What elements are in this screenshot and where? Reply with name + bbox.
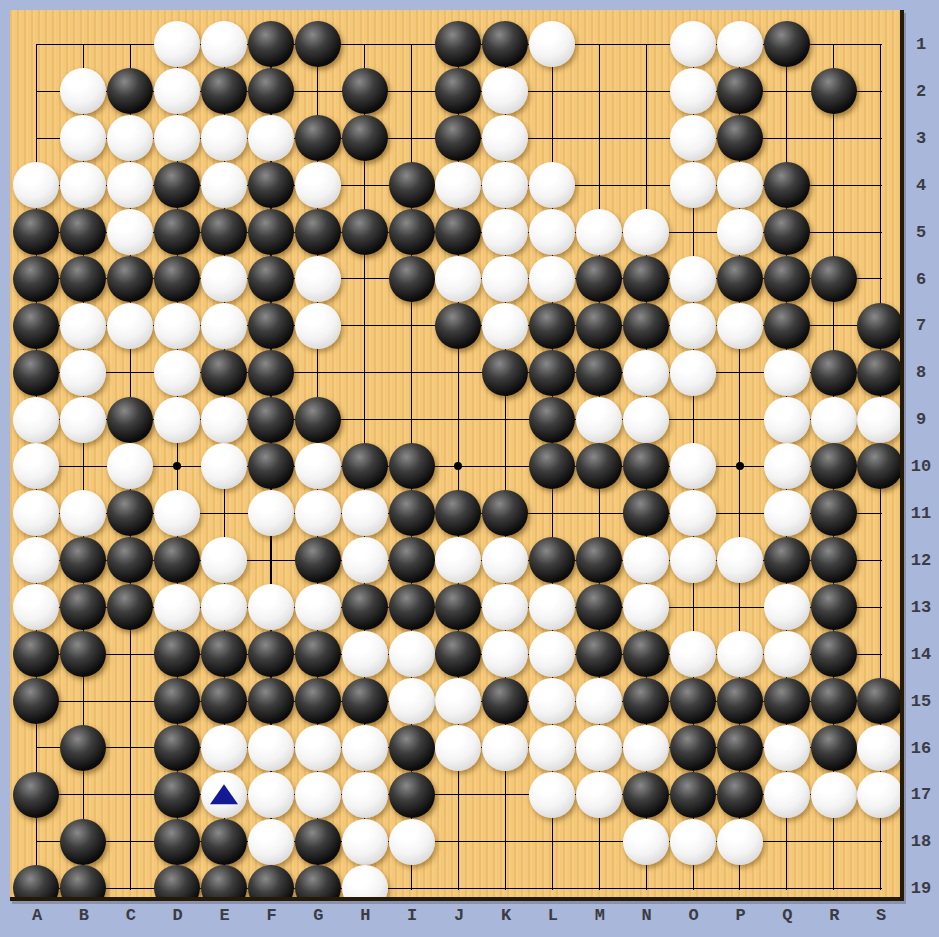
intersection-P7[interactable] (716, 302, 763, 349)
intersection-K12[interactable] (482, 537, 529, 584)
intersection-E11[interactable] (201, 490, 248, 537)
intersection-P3[interactable] (716, 115, 763, 162)
intersection-C1[interactable] (107, 21, 154, 68)
intersection-I8[interactable] (388, 349, 435, 396)
intersection-I5[interactable] (388, 209, 435, 256)
intersection-J4[interactable] (435, 162, 482, 209)
intersection-S19[interactable] (857, 865, 904, 901)
intersection-N13[interactable] (623, 584, 670, 631)
intersection-G12[interactable] (294, 537, 341, 584)
intersection-F15[interactable] (247, 677, 294, 724)
intersection-A5[interactable] (13, 209, 60, 256)
intersection-K8[interactable] (482, 349, 529, 396)
intersection-E12[interactable] (201, 537, 248, 584)
intersection-L1[interactable] (529, 21, 576, 68)
intersection-S17[interactable] (857, 771, 904, 818)
intersection-A2[interactable] (13, 68, 60, 115)
intersection-A6[interactable] (13, 255, 60, 302)
intersection-N1[interactable] (623, 21, 670, 68)
intersection-P18[interactable] (716, 818, 763, 865)
intersection-S2[interactable] (857, 68, 904, 115)
intersection-O19[interactable] (669, 865, 716, 901)
intersection-H14[interactable] (341, 631, 388, 678)
intersection-L19[interactable] (529, 865, 576, 901)
intersection-E8[interactable] (201, 349, 248, 396)
intersection-I4[interactable] (388, 162, 435, 209)
intersection-P12[interactable] (716, 537, 763, 584)
intersection-L2[interactable] (529, 68, 576, 115)
intersection-N17[interactable] (623, 771, 670, 818)
intersection-I18[interactable] (388, 818, 435, 865)
intersection-A9[interactable] (13, 396, 60, 443)
intersection-N9[interactable] (623, 396, 670, 443)
intersection-L16[interactable] (529, 724, 576, 771)
intersection-A15[interactable] (13, 677, 60, 724)
intersection-S16[interactable] (857, 724, 904, 771)
intersection-J6[interactable] (435, 255, 482, 302)
intersection-E13[interactable] (201, 584, 248, 631)
intersection-O18[interactable] (669, 818, 716, 865)
intersection-M10[interactable] (576, 443, 623, 490)
intersection-B14[interactable] (60, 631, 107, 678)
intersection-P8[interactable] (716, 349, 763, 396)
intersection-R18[interactable] (810, 818, 857, 865)
intersection-M16[interactable] (576, 724, 623, 771)
intersection-B2[interactable] (60, 68, 107, 115)
intersection-R2[interactable] (810, 68, 857, 115)
intersection-O17[interactable] (669, 771, 716, 818)
intersection-G3[interactable] (294, 115, 341, 162)
intersection-L13[interactable] (529, 584, 576, 631)
intersection-E10[interactable] (201, 443, 248, 490)
intersection-Q17[interactable] (763, 771, 810, 818)
intersection-S14[interactable] (857, 631, 904, 678)
intersection-I19[interactable] (388, 865, 435, 901)
intersection-P1[interactable] (716, 21, 763, 68)
intersection-I12[interactable] (388, 537, 435, 584)
intersection-E7[interactable] (201, 302, 248, 349)
intersection-F12[interactable] (247, 537, 294, 584)
intersection-F4[interactable] (247, 162, 294, 209)
intersection-G15[interactable] (294, 677, 341, 724)
intersection-L17[interactable] (529, 771, 576, 818)
intersection-M8[interactable] (576, 349, 623, 396)
intersection-P10[interactable] (716, 443, 763, 490)
intersection-J8[interactable] (435, 349, 482, 396)
intersection-H9[interactable] (341, 396, 388, 443)
intersection-S5[interactable] (857, 209, 904, 256)
intersection-Q5[interactable] (763, 209, 810, 256)
intersection-H15[interactable] (341, 677, 388, 724)
intersection-K10[interactable] (482, 443, 529, 490)
intersection-J10[interactable] (435, 443, 482, 490)
intersection-E9[interactable] (201, 396, 248, 443)
intersection-D17[interactable] (154, 771, 201, 818)
intersection-D11[interactable] (154, 490, 201, 537)
intersection-O15[interactable] (669, 677, 716, 724)
intersection-N14[interactable] (623, 631, 670, 678)
intersection-S13[interactable] (857, 584, 904, 631)
intersection-P6[interactable] (716, 255, 763, 302)
intersection-B18[interactable] (60, 818, 107, 865)
intersection-O13[interactable] (669, 584, 716, 631)
intersection-L9[interactable] (529, 396, 576, 443)
intersection-N10[interactable] (623, 443, 670, 490)
intersection-R17[interactable] (810, 771, 857, 818)
intersection-M4[interactable] (576, 162, 623, 209)
intersection-P15[interactable] (716, 677, 763, 724)
intersection-M19[interactable] (576, 865, 623, 901)
intersection-H4[interactable] (341, 162, 388, 209)
intersection-H3[interactable] (341, 115, 388, 162)
intersection-L4[interactable] (529, 162, 576, 209)
intersection-R7[interactable] (810, 302, 857, 349)
intersection-M3[interactable] (576, 115, 623, 162)
intersection-D4[interactable] (154, 162, 201, 209)
intersection-Q4[interactable] (763, 162, 810, 209)
intersection-P11[interactable] (716, 490, 763, 537)
intersection-B19[interactable] (60, 865, 107, 901)
intersection-L12[interactable] (529, 537, 576, 584)
intersection-H6[interactable] (341, 255, 388, 302)
intersection-E15[interactable] (201, 677, 248, 724)
intersection-C2[interactable] (107, 68, 154, 115)
intersection-D9[interactable] (154, 396, 201, 443)
intersection-F13[interactable] (247, 584, 294, 631)
intersection-D5[interactable] (154, 209, 201, 256)
intersection-L7[interactable] (529, 302, 576, 349)
intersection-D16[interactable] (154, 724, 201, 771)
intersection-H11[interactable] (341, 490, 388, 537)
intersection-Q12[interactable] (763, 537, 810, 584)
intersection-N18[interactable] (623, 818, 670, 865)
intersection-I11[interactable] (388, 490, 435, 537)
intersection-A8[interactable] (13, 349, 60, 396)
intersection-J3[interactable] (435, 115, 482, 162)
intersection-Q2[interactable] (763, 68, 810, 115)
intersection-A14[interactable] (13, 631, 60, 678)
intersection-S4[interactable] (857, 162, 904, 209)
intersection-H7[interactable] (341, 302, 388, 349)
intersection-L3[interactable] (529, 115, 576, 162)
intersection-L8[interactable] (529, 349, 576, 396)
intersection-O5[interactable] (669, 209, 716, 256)
intersection-M18[interactable] (576, 818, 623, 865)
intersection-R4[interactable] (810, 162, 857, 209)
intersection-Q15[interactable] (763, 677, 810, 724)
intersection-E16[interactable] (201, 724, 248, 771)
intersection-J18[interactable] (435, 818, 482, 865)
intersection-L14[interactable] (529, 631, 576, 678)
intersection-I7[interactable] (388, 302, 435, 349)
intersection-K11[interactable] (482, 490, 529, 537)
intersection-A12[interactable] (13, 537, 60, 584)
intersection-P17[interactable] (716, 771, 763, 818)
intersection-J12[interactable] (435, 537, 482, 584)
intersection-O2[interactable] (669, 68, 716, 115)
intersection-A18[interactable] (13, 818, 60, 865)
intersection-C19[interactable] (107, 865, 154, 901)
intersection-G16[interactable] (294, 724, 341, 771)
intersection-N2[interactable] (623, 68, 670, 115)
intersection-C15[interactable] (107, 677, 154, 724)
intersection-N11[interactable] (623, 490, 670, 537)
intersection-C18[interactable] (107, 818, 154, 865)
intersection-B17[interactable] (60, 771, 107, 818)
intersection-M7[interactable] (576, 302, 623, 349)
intersection-S3[interactable] (857, 115, 904, 162)
intersection-E18[interactable] (201, 818, 248, 865)
intersection-M13[interactable] (576, 584, 623, 631)
intersection-J5[interactable] (435, 209, 482, 256)
intersection-I3[interactable] (388, 115, 435, 162)
intersection-J15[interactable] (435, 677, 482, 724)
intersection-K1[interactable] (482, 21, 529, 68)
intersection-L18[interactable] (529, 818, 576, 865)
intersection-G13[interactable] (294, 584, 341, 631)
intersection-D1[interactable] (154, 21, 201, 68)
intersection-M14[interactable] (576, 631, 623, 678)
intersection-F18[interactable] (247, 818, 294, 865)
intersection-Q3[interactable] (763, 115, 810, 162)
intersection-Q8[interactable] (763, 349, 810, 396)
intersection-C4[interactable] (107, 162, 154, 209)
intersection-H13[interactable] (341, 584, 388, 631)
intersection-A19[interactable] (13, 865, 60, 901)
intersection-F3[interactable] (247, 115, 294, 162)
intersection-B5[interactable] (60, 209, 107, 256)
intersection-O1[interactable] (669, 21, 716, 68)
intersection-S15[interactable] (857, 677, 904, 724)
intersection-F19[interactable] (247, 865, 294, 901)
intersection-D14[interactable] (154, 631, 201, 678)
intersection-R14[interactable] (810, 631, 857, 678)
intersection-K16[interactable] (482, 724, 529, 771)
intersection-S11[interactable] (857, 490, 904, 537)
intersection-J1[interactable] (435, 21, 482, 68)
intersection-D7[interactable] (154, 302, 201, 349)
intersection-I2[interactable] (388, 68, 435, 115)
intersection-N16[interactable] (623, 724, 670, 771)
intersection-B4[interactable] (60, 162, 107, 209)
intersection-G1[interactable] (294, 21, 341, 68)
intersection-A1[interactable] (13, 21, 60, 68)
intersection-A11[interactable] (13, 490, 60, 537)
intersection-R15[interactable] (810, 677, 857, 724)
intersection-B11[interactable] (60, 490, 107, 537)
intersection-S6[interactable] (857, 255, 904, 302)
intersection-Q7[interactable] (763, 302, 810, 349)
intersection-C9[interactable] (107, 396, 154, 443)
intersection-Q18[interactable] (763, 818, 810, 865)
intersection-R3[interactable] (810, 115, 857, 162)
intersection-N12[interactable] (623, 537, 670, 584)
intersection-E5[interactable] (201, 209, 248, 256)
intersection-L11[interactable] (529, 490, 576, 537)
intersection-G18[interactable] (294, 818, 341, 865)
intersection-I17[interactable] (388, 771, 435, 818)
intersection-C13[interactable] (107, 584, 154, 631)
intersection-P2[interactable] (716, 68, 763, 115)
intersection-C7[interactable] (107, 302, 154, 349)
intersection-H18[interactable] (341, 818, 388, 865)
intersection-N5[interactable] (623, 209, 670, 256)
intersection-R8[interactable] (810, 349, 857, 396)
intersection-O7[interactable] (669, 302, 716, 349)
intersection-J16[interactable] (435, 724, 482, 771)
intersection-F5[interactable] (247, 209, 294, 256)
intersection-G17[interactable] (294, 771, 341, 818)
intersection-P9[interactable] (716, 396, 763, 443)
intersection-E4[interactable] (201, 162, 248, 209)
intersection-J7[interactable] (435, 302, 482, 349)
intersection-O14[interactable] (669, 631, 716, 678)
intersection-R1[interactable] (810, 21, 857, 68)
intersection-N4[interactable] (623, 162, 670, 209)
intersection-K19[interactable] (482, 865, 529, 901)
intersection-P5[interactable] (716, 209, 763, 256)
intersection-S1[interactable] (857, 21, 904, 68)
intersection-G11[interactable] (294, 490, 341, 537)
intersection-B8[interactable] (60, 349, 107, 396)
intersection-M5[interactable] (576, 209, 623, 256)
intersection-L6[interactable] (529, 255, 576, 302)
intersection-J14[interactable] (435, 631, 482, 678)
intersection-O16[interactable] (669, 724, 716, 771)
intersection-O6[interactable] (669, 255, 716, 302)
intersection-P4[interactable] (716, 162, 763, 209)
intersection-R11[interactable] (810, 490, 857, 537)
intersection-O12[interactable] (669, 537, 716, 584)
intersection-I1[interactable] (388, 21, 435, 68)
intersection-P16[interactable] (716, 724, 763, 771)
intersection-D6[interactable] (154, 255, 201, 302)
intersection-N15[interactable] (623, 677, 670, 724)
intersection-B1[interactable] (60, 21, 107, 68)
intersection-M12[interactable] (576, 537, 623, 584)
intersection-L10[interactable] (529, 443, 576, 490)
intersection-O3[interactable] (669, 115, 716, 162)
intersection-O10[interactable] (669, 443, 716, 490)
intersection-S7[interactable] (857, 302, 904, 349)
intersection-S12[interactable] (857, 537, 904, 584)
intersection-P19[interactable] (716, 865, 763, 901)
intersection-R5[interactable] (810, 209, 857, 256)
intersection-D3[interactable] (154, 115, 201, 162)
intersection-A10[interactable] (13, 443, 60, 490)
intersection-J17[interactable] (435, 771, 482, 818)
intersection-N7[interactable] (623, 302, 670, 349)
intersection-P13[interactable] (716, 584, 763, 631)
intersection-R19[interactable] (810, 865, 857, 901)
intersection-K5[interactable] (482, 209, 529, 256)
intersection-M9[interactable] (576, 396, 623, 443)
intersection-E6[interactable] (201, 255, 248, 302)
intersection-C14[interactable] (107, 631, 154, 678)
intersection-Q16[interactable] (763, 724, 810, 771)
intersection-N6[interactable] (623, 255, 670, 302)
intersection-J19[interactable] (435, 865, 482, 901)
intersection-A3[interactable] (13, 115, 60, 162)
intersection-D15[interactable] (154, 677, 201, 724)
intersection-J9[interactable] (435, 396, 482, 443)
intersection-M17[interactable] (576, 771, 623, 818)
intersection-A17[interactable] (13, 771, 60, 818)
intersection-G5[interactable] (294, 209, 341, 256)
intersection-B12[interactable] (60, 537, 107, 584)
intersection-R12[interactable] (810, 537, 857, 584)
intersection-Q13[interactable] (763, 584, 810, 631)
intersection-D10[interactable] (154, 443, 201, 490)
intersection-O8[interactable] (669, 349, 716, 396)
intersection-K18[interactable] (482, 818, 529, 865)
intersection-R16[interactable] (810, 724, 857, 771)
intersection-F16[interactable] (247, 724, 294, 771)
intersection-G6[interactable] (294, 255, 341, 302)
intersection-I14[interactable] (388, 631, 435, 678)
intersection-H19[interactable] (341, 865, 388, 901)
intersection-G9[interactable] (294, 396, 341, 443)
intersection-B3[interactable] (60, 115, 107, 162)
intersection-K3[interactable] (482, 115, 529, 162)
intersection-D19[interactable] (154, 865, 201, 901)
intersection-F11[interactable] (247, 490, 294, 537)
intersection-H1[interactable] (341, 21, 388, 68)
intersection-A7[interactable] (13, 302, 60, 349)
intersection-K13[interactable] (482, 584, 529, 631)
intersection-R10[interactable] (810, 443, 857, 490)
intersection-K6[interactable] (482, 255, 529, 302)
intersection-G7[interactable] (294, 302, 341, 349)
intersection-F2[interactable] (247, 68, 294, 115)
intersection-O4[interactable] (669, 162, 716, 209)
intersection-G8[interactable] (294, 349, 341, 396)
intersection-B15[interactable] (60, 677, 107, 724)
intersection-M2[interactable] (576, 68, 623, 115)
intersection-D18[interactable] (154, 818, 201, 865)
intersection-B9[interactable] (60, 396, 107, 443)
intersection-K14[interactable] (482, 631, 529, 678)
intersection-L5[interactable] (529, 209, 576, 256)
intersection-H2[interactable] (341, 68, 388, 115)
intersection-F10[interactable] (247, 443, 294, 490)
intersection-E14[interactable] (201, 631, 248, 678)
intersection-I16[interactable] (388, 724, 435, 771)
intersection-N19[interactable] (623, 865, 670, 901)
intersection-G19[interactable] (294, 865, 341, 901)
intersection-K2[interactable] (482, 68, 529, 115)
intersection-O11[interactable] (669, 490, 716, 537)
intersection-B16[interactable] (60, 724, 107, 771)
intersection-J13[interactable] (435, 584, 482, 631)
intersection-I10[interactable] (388, 443, 435, 490)
intersection-M1[interactable] (576, 21, 623, 68)
intersection-M6[interactable] (576, 255, 623, 302)
intersection-H8[interactable] (341, 349, 388, 396)
intersection-F7[interactable] (247, 302, 294, 349)
intersection-F6[interactable] (247, 255, 294, 302)
intersection-N8[interactable] (623, 349, 670, 396)
intersection-K9[interactable] (482, 396, 529, 443)
intersection-B13[interactable] (60, 584, 107, 631)
intersection-J11[interactable] (435, 490, 482, 537)
intersection-E17[interactable] (201, 771, 248, 818)
intersection-C12[interactable] (107, 537, 154, 584)
intersection-F1[interactable] (247, 21, 294, 68)
intersection-N3[interactable] (623, 115, 670, 162)
intersection-O9[interactable] (669, 396, 716, 443)
intersection-C11[interactable] (107, 490, 154, 537)
